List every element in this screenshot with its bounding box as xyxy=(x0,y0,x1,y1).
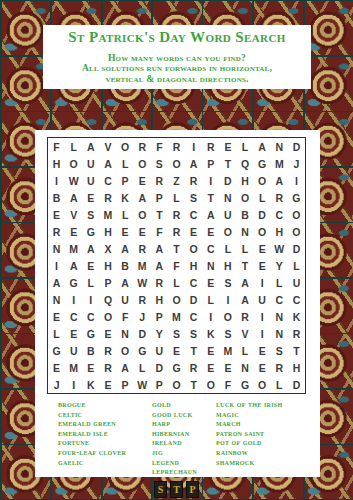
grid-cell[interactable]: Y xyxy=(271,257,288,274)
grid-cell[interactable]: J xyxy=(288,155,305,172)
grid-cell[interactable]: G xyxy=(82,223,99,240)
grid-cell[interactable]: R xyxy=(288,325,305,342)
grid-cell[interactable]: D xyxy=(288,240,305,257)
grid-cell[interactable]: L xyxy=(271,376,288,393)
grid-cell[interactable]: E xyxy=(82,257,99,274)
grid-cell[interactable]: G xyxy=(82,325,99,342)
word-list-item: Rainbow xyxy=(216,448,282,458)
grid-cell[interactable]: E xyxy=(48,206,65,223)
grid-cell[interactable]: U xyxy=(117,291,134,308)
grid-cell[interactable]: K xyxy=(202,325,219,342)
grid-cell[interactable]: A xyxy=(271,172,288,189)
grid-cell[interactable]: O xyxy=(117,342,134,359)
grid-cell[interactable]: C xyxy=(185,308,202,325)
grid-cell[interactable]: E xyxy=(202,274,219,291)
grid-cell[interactable]: A xyxy=(65,257,82,274)
footer-letter-tile: T xyxy=(170,481,183,498)
word-list-item: Harp xyxy=(152,419,197,429)
grid-cell[interactable]: O xyxy=(254,172,271,189)
word-list-item: Magic xyxy=(216,410,282,420)
grid-cell[interactable]: A xyxy=(151,257,168,274)
grid-cell[interactable]: R xyxy=(151,172,168,189)
grid-cell[interactable]: H xyxy=(271,223,288,240)
grid-cell[interactable]: T xyxy=(185,376,202,393)
grid-cell[interactable]: A xyxy=(48,274,65,291)
grid-cell[interactable]: C xyxy=(65,308,82,325)
grid-cell[interactable]: R xyxy=(48,223,65,240)
grid-cell[interactable]: T xyxy=(202,189,219,206)
grid-cell[interactable]: T xyxy=(288,342,305,359)
grid-cell[interactable]: K xyxy=(117,189,134,206)
grid-cell[interactable]: A xyxy=(117,240,134,257)
word-list-column-2: GoldGood LuckHarpHibernianIrelandJigLege… xyxy=(152,400,197,477)
title-panel: St Patrick's Day Word Search How many wo… xyxy=(43,25,311,89)
grid-cell[interactable]: W xyxy=(134,274,151,291)
grid-cell[interactable]: B xyxy=(82,342,99,359)
grid-cell[interactable]: E xyxy=(82,359,99,376)
grid-cell[interactable]: Z xyxy=(168,172,185,189)
grid-cell[interactable]: S xyxy=(185,325,202,342)
grid-cell[interactable]: L xyxy=(236,138,253,155)
grid-cell[interactable]: N xyxy=(48,240,65,257)
grid-cell[interactable]: A xyxy=(185,155,202,172)
grid-cell[interactable]: A xyxy=(151,240,168,257)
grid-cell[interactable]: U xyxy=(82,172,99,189)
grid-cell[interactable]: B xyxy=(236,206,253,223)
grid-cell[interactable]: D xyxy=(288,376,305,393)
grid-cell[interactable]: O xyxy=(99,308,116,325)
grid-cell[interactable]: D xyxy=(288,138,305,155)
word-list-item: Gold xyxy=(152,400,197,410)
grid-cell[interactable]: N xyxy=(236,359,253,376)
grid-cell[interactable]: P xyxy=(151,189,168,206)
footer-letter-tile: P xyxy=(186,481,199,498)
footer-ornament: STP xyxy=(0,479,353,498)
grid-cell[interactable]: F xyxy=(151,223,168,240)
subtitle-line-2: All solutions run forwards in horizontal… xyxy=(43,63,311,73)
grid-cell[interactable]: I xyxy=(219,291,236,308)
grid-cell[interactable]: V xyxy=(236,325,253,342)
grid-cell[interactable]: I xyxy=(48,257,65,274)
word-list-item: Gaelic xyxy=(58,458,126,468)
grid-cell[interactable]: R xyxy=(185,359,202,376)
grid-cell[interactable]: Y xyxy=(151,325,168,342)
grid-cell[interactable]: M xyxy=(65,240,82,257)
grid-cell[interactable]: E xyxy=(65,223,82,240)
grid-cell[interactable]: G xyxy=(168,359,185,376)
grid-cell[interactable]: E xyxy=(99,325,116,342)
grid-cell[interactable]: L xyxy=(254,189,271,206)
grid-cell[interactable]: A xyxy=(134,189,151,206)
word-list-item: Fortune xyxy=(58,438,126,448)
grid-cell[interactable]: F xyxy=(117,308,134,325)
page-title: St Patrick's Day Word Search xyxy=(43,29,311,46)
grid-cell[interactable]: H xyxy=(151,291,168,308)
grid-cell[interactable]: R xyxy=(168,206,185,223)
grid-cell[interactable]: F xyxy=(219,376,236,393)
grid-cell[interactable]: O xyxy=(117,138,134,155)
grid-cell[interactable]: P xyxy=(99,274,116,291)
grid-cell[interactable]: L xyxy=(168,189,185,206)
grid-cell[interactable]: R xyxy=(168,138,185,155)
grid-cell[interactable]: I xyxy=(202,308,219,325)
grid-cell[interactable]: E xyxy=(134,172,151,189)
word-list-item: Ireland xyxy=(152,438,197,448)
grid-cell[interactable]: N xyxy=(117,325,134,342)
grid-cell[interactable]: G xyxy=(236,376,253,393)
grid-cell[interactable]: L xyxy=(82,274,99,291)
grid-cell[interactable]: U xyxy=(82,155,99,172)
grid-cell[interactable]: A xyxy=(65,189,82,206)
grid-cell[interactable]: E xyxy=(254,342,271,359)
grid-cell[interactable]: H xyxy=(48,155,65,172)
word-list-item: Brogue xyxy=(58,400,126,410)
grid-cell[interactable]: O xyxy=(168,291,185,308)
word-list-item: Shamrock xyxy=(216,458,282,468)
word-list-item: Jig xyxy=(152,448,197,458)
grid-cell[interactable]: I xyxy=(254,308,271,325)
grid-cell[interactable]: H xyxy=(99,223,116,240)
word-list-item: Legend xyxy=(152,458,197,468)
grid-cell[interactable]: O xyxy=(134,155,151,172)
grid-cell[interactable]: R xyxy=(168,223,185,240)
grid-cell[interactable]: L xyxy=(168,274,185,291)
word-list-item: Patron Saint xyxy=(216,429,282,439)
grid-cell[interactable]: L xyxy=(134,359,151,376)
word-search-grid: FLAVORFRIRELANDHOUALOSOAPTQGMJIWUCPERZRI… xyxy=(47,137,306,394)
grid-cell[interactable]: A xyxy=(99,155,116,172)
grid-cell[interactable]: C xyxy=(185,274,202,291)
grid-cell[interactable]: O xyxy=(219,308,236,325)
grid-cell[interactable]: O xyxy=(185,240,202,257)
grid-cell[interactable]: F xyxy=(151,138,168,155)
grid-cell[interactable]: E xyxy=(134,223,151,240)
grid-cell[interactable]: K xyxy=(82,376,99,393)
grid-cell[interactable]: G xyxy=(134,342,151,359)
grid-cell[interactable]: M xyxy=(168,308,185,325)
grid-cell[interactable]: G xyxy=(65,274,82,291)
grid-cell[interactable]: G xyxy=(48,342,65,359)
word-list-column-3: Luck of the IrishMagicMarchPatron SaintP… xyxy=(216,400,282,467)
grid-cell[interactable]: P xyxy=(117,172,134,189)
grid-cell[interactable]: N xyxy=(202,257,219,274)
grid-cell[interactable]: O xyxy=(134,206,151,223)
word-list-item: Hibernian xyxy=(152,429,197,439)
grid-cell[interactable]: S xyxy=(219,325,236,342)
grid-cell[interactable]: E xyxy=(99,376,116,393)
grid-cell[interactable]: C xyxy=(185,206,202,223)
grid-cell[interactable]: R xyxy=(134,138,151,155)
grid-cell[interactable]: R xyxy=(151,274,168,291)
grid-cell[interactable]: E xyxy=(202,223,219,240)
grid-cell[interactable]: G xyxy=(288,189,305,206)
grid-cell[interactable]: A xyxy=(236,274,253,291)
grid-cell[interactable]: N xyxy=(271,325,288,342)
grid-cell[interactable]: E xyxy=(254,240,271,257)
grid-cell[interactable]: P xyxy=(202,155,219,172)
subtitle-line-3: vertical & diagonal directions. xyxy=(43,74,311,84)
grid-cell[interactable]: M xyxy=(99,206,116,223)
grid-cell[interactable]: E xyxy=(219,359,236,376)
grid-cell[interactable]: W xyxy=(271,240,288,257)
grid-cell[interactable]: O xyxy=(288,206,305,223)
grid-cell[interactable]: O xyxy=(168,155,185,172)
grid-cell[interactable]: E xyxy=(202,359,219,376)
grid-cell[interactable]: X xyxy=(99,240,116,257)
grid-cell[interactable]: R xyxy=(99,189,116,206)
puzzle-panel: FLAVORFRIRELANDHOUALOSOAPTQGMJIWUCPERZRI… xyxy=(35,130,320,477)
grid-cell[interactable]: H xyxy=(236,172,253,189)
grid-cell[interactable]: U xyxy=(151,342,168,359)
worksheet-page: St Patrick's Day Word Search How many wo… xyxy=(0,0,353,500)
grid-cell[interactable]: S xyxy=(185,189,202,206)
grid-cell[interactable]: E xyxy=(65,325,82,342)
grid-cell[interactable]: S xyxy=(82,206,99,223)
grid-cell[interactable]: H xyxy=(185,257,202,274)
word-list-item: Pot of Gold xyxy=(216,438,282,448)
grid-cell[interactable]: N xyxy=(271,138,288,155)
grid-cell[interactable]: A xyxy=(82,240,99,257)
grid-cell[interactable]: R xyxy=(134,291,151,308)
grid-cell[interactable]: A xyxy=(254,138,271,155)
grid-cell[interactable]: R xyxy=(271,189,288,206)
grid-cell[interactable]: T xyxy=(168,240,185,257)
grid-cell[interactable]: O xyxy=(219,223,236,240)
grid-cell[interactable]: H xyxy=(99,257,116,274)
grid-cell[interactable]: Q xyxy=(236,155,253,172)
grid-cell[interactable]: I xyxy=(82,291,99,308)
grid-cell[interactable]: N xyxy=(219,189,236,206)
grid-cell[interactable]: R xyxy=(236,308,253,325)
word-list-item: March xyxy=(216,419,282,429)
grid-cell[interactable]: D xyxy=(151,359,168,376)
grid-cell[interactable]: K xyxy=(288,308,305,325)
grid-cell[interactable]: L xyxy=(65,138,82,155)
grid-cell[interactable]: O xyxy=(168,376,185,393)
grid-cell[interactable]: E xyxy=(168,342,185,359)
grid-cell[interactable]: I xyxy=(65,291,82,308)
grid-cell[interactable]: D xyxy=(185,291,202,308)
grid-cell[interactable]: T xyxy=(185,342,202,359)
grid-cell[interactable]: F xyxy=(168,257,185,274)
grid-cell[interactable]: H xyxy=(219,257,236,274)
grid-cell[interactable]: D xyxy=(219,172,236,189)
grid-cell[interactable]: P xyxy=(117,376,134,393)
grid-cell[interactable]: S xyxy=(168,325,185,342)
grid-cell[interactable]: O xyxy=(254,223,271,240)
grid-cell[interactable]: I xyxy=(288,172,305,189)
grid-cell[interactable]: C xyxy=(288,291,305,308)
grid-cell[interactable]: A xyxy=(236,291,253,308)
grid-cell[interactable]: R xyxy=(134,240,151,257)
word-list: BrogueCelticEmerald GreenEmerald IsleFor… xyxy=(35,400,320,477)
subtitle-line-1: How many words can you find? xyxy=(43,53,311,63)
grid-cell[interactable]: O xyxy=(236,189,253,206)
grid-cell[interactable]: L xyxy=(271,274,288,291)
grid-cell[interactable]: L xyxy=(219,240,236,257)
grid-cell[interactable]: E xyxy=(254,359,271,376)
grid-cell[interactable]: A xyxy=(117,359,134,376)
grid-cell[interactable]: D xyxy=(254,206,271,223)
grid-cell[interactable]: W xyxy=(134,376,151,393)
word-list-item: Four-Leaf Clover xyxy=(58,448,126,458)
grid-cell[interactable]: G xyxy=(254,155,271,172)
grid-cell[interactable]: V xyxy=(65,206,82,223)
grid-cell[interactable]: L xyxy=(236,342,253,359)
grid-cell[interactable]: E xyxy=(48,359,65,376)
grid-cell[interactable]: E xyxy=(185,223,202,240)
grid-cell[interactable]: R xyxy=(185,172,202,189)
grid-cell[interactable]: B xyxy=(48,189,65,206)
grid-cell[interactable]: I xyxy=(254,274,271,291)
grid-cell[interactable]: O xyxy=(254,376,271,393)
grid-cell[interactable]: A xyxy=(117,274,134,291)
grid-cell[interactable]: R xyxy=(99,359,116,376)
grid-cell[interactable]: M xyxy=(134,257,151,274)
grid-cell[interactable]: L xyxy=(117,206,134,223)
grid-cell[interactable]: S xyxy=(271,342,288,359)
grid-cell[interactable]: H xyxy=(288,359,305,376)
grid-cell[interactable]: E xyxy=(82,189,99,206)
word-list-item: Good Luck xyxy=(152,410,197,420)
grid-cell[interactable]: T xyxy=(236,257,253,274)
grid-cell[interactable]: E xyxy=(219,138,236,155)
word-list-item: Emerald Isle xyxy=(58,429,126,439)
grid-cell[interactable]: A xyxy=(82,138,99,155)
grid-cell[interactable]: L xyxy=(288,257,305,274)
word-list-column-1: BrogueCelticEmerald GreenEmerald IsleFor… xyxy=(58,400,126,467)
grid-cell[interactable]: W xyxy=(65,172,82,189)
grid-cell[interactable]: L xyxy=(202,291,219,308)
grid-cell[interactable]: N xyxy=(48,291,65,308)
grid-cell[interactable]: N xyxy=(236,223,253,240)
grid-cell[interactable]: P xyxy=(151,308,168,325)
grid-cell[interactable]: I xyxy=(65,376,82,393)
grid-cell[interactable]: F xyxy=(48,138,65,155)
grid-cell[interactable]: S xyxy=(219,274,236,291)
grid-cell[interactable]: R xyxy=(202,138,219,155)
grid-cell[interactable]: R xyxy=(99,342,116,359)
grid-cell[interactable]: V xyxy=(99,138,116,155)
grid-cell[interactable]: R xyxy=(271,359,288,376)
word-list-item: Celtic xyxy=(58,410,126,420)
grid-cell[interactable]: O xyxy=(202,376,219,393)
grid-cell[interactable]: J xyxy=(134,308,151,325)
grid-cell[interactable]: M xyxy=(65,359,82,376)
grid-cell[interactable]: I xyxy=(202,172,219,189)
grid-cell[interactable]: D xyxy=(134,325,151,342)
grid-cell[interactable]: T xyxy=(219,155,236,172)
grid-cell[interactable]: B xyxy=(117,257,134,274)
grid-cell[interactable]: I xyxy=(254,325,271,342)
grid-cell[interactable]: U xyxy=(65,342,82,359)
grid-cell[interactable]: Q xyxy=(99,291,116,308)
grid-cell[interactable]: P xyxy=(151,376,168,393)
word-list-item: Luck of the Irish xyxy=(216,400,282,410)
grid-cell[interactable]: J xyxy=(48,376,65,393)
grid-cell[interactable]: E xyxy=(202,342,219,359)
grid-cell[interactable]: E xyxy=(48,308,65,325)
grid-cell[interactable]: L xyxy=(236,240,253,257)
grid-cell[interactable]: U xyxy=(288,274,305,291)
word-list-item: Emerald Green xyxy=(58,419,126,429)
grid-cell[interactable]: E xyxy=(117,223,134,240)
grid-cell[interactable]: T xyxy=(151,206,168,223)
grid-cell[interactable]: M xyxy=(271,155,288,172)
grid-cell[interactable]: M xyxy=(219,342,236,359)
grid-cell[interactable]: A xyxy=(202,206,219,223)
grid-cell[interactable]: U xyxy=(219,206,236,223)
grid-cell[interactable]: U xyxy=(254,291,271,308)
grid-cell[interactable]: C xyxy=(82,308,99,325)
grid-cell[interactable]: S xyxy=(151,155,168,172)
grid-cell[interactable]: E xyxy=(254,257,271,274)
grid-cell[interactable]: O xyxy=(65,155,82,172)
grid-cell[interactable]: C xyxy=(271,291,288,308)
grid-cell[interactable]: C xyxy=(271,206,288,223)
grid-cell[interactable]: I xyxy=(48,172,65,189)
grid-cell[interactable]: C xyxy=(99,172,116,189)
footer-letter-tile: S xyxy=(154,481,167,498)
word-list-item: Leprechaun xyxy=(152,467,197,477)
grid-cell[interactable]: N xyxy=(271,308,288,325)
grid-cell[interactable]: L xyxy=(48,325,65,342)
grid-cell[interactable]: O xyxy=(288,223,305,240)
grid-cell[interactable]: L xyxy=(117,155,134,172)
grid-cell[interactable]: C xyxy=(202,240,219,257)
grid-cell[interactable]: I xyxy=(185,138,202,155)
